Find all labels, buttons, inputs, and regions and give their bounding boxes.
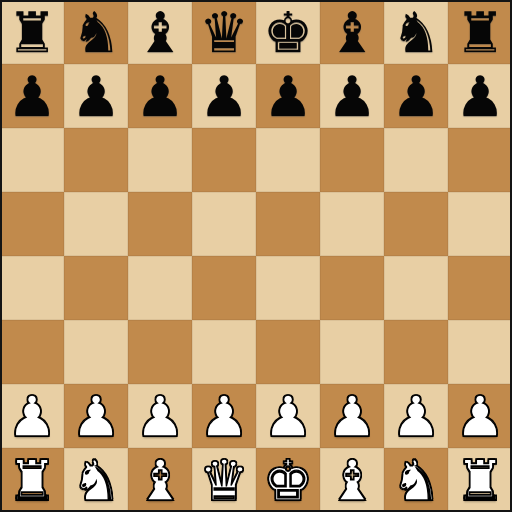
square-b2[interactable]: ♟ <box>64 384 128 448</box>
piece-white-pawn[interactable]: ♟ <box>455 389 505 445</box>
piece-white-pawn[interactable]: ♟ <box>327 389 377 445</box>
square-g6[interactable] <box>384 128 448 192</box>
square-h3[interactable] <box>448 320 512 384</box>
square-e5[interactable] <box>256 192 320 256</box>
square-f1[interactable]: ♝ <box>320 448 384 512</box>
square-d3[interactable] <box>192 320 256 384</box>
square-c3[interactable] <box>128 320 192 384</box>
square-f6[interactable] <box>320 128 384 192</box>
square-d1[interactable]: ♛ <box>192 448 256 512</box>
piece-white-pawn[interactable]: ♟ <box>391 389 441 445</box>
piece-white-bishop[interactable]: ♝ <box>327 453 377 509</box>
piece-white-rook[interactable]: ♜ <box>7 453 57 509</box>
square-a2[interactable]: ♟ <box>0 384 64 448</box>
piece-white-rook[interactable]: ♜ <box>455 453 505 509</box>
piece-black-queen[interactable]: ♛ <box>199 5 249 61</box>
square-h6[interactable] <box>448 128 512 192</box>
piece-white-pawn[interactable]: ♟ <box>199 389 249 445</box>
square-h2[interactable]: ♟ <box>448 384 512 448</box>
piece-black-pawn[interactable]: ♟ <box>327 69 377 125</box>
piece-white-queen[interactable]: ♛ <box>199 453 249 509</box>
square-f2[interactable]: ♟ <box>320 384 384 448</box>
square-a8[interactable]: ♜ <box>0 0 64 64</box>
square-e7[interactable]: ♟ <box>256 64 320 128</box>
piece-black-pawn[interactable]: ♟ <box>455 69 505 125</box>
piece-black-rook[interactable]: ♜ <box>455 5 505 61</box>
piece-white-pawn[interactable]: ♟ <box>135 389 185 445</box>
square-e2[interactable]: ♟ <box>256 384 320 448</box>
square-f3[interactable] <box>320 320 384 384</box>
square-b6[interactable] <box>64 128 128 192</box>
square-f8[interactable]: ♝ <box>320 0 384 64</box>
piece-white-king[interactable]: ♚ <box>263 453 313 509</box>
square-d4[interactable] <box>192 256 256 320</box>
square-e4[interactable] <box>256 256 320 320</box>
square-g7[interactable]: ♟ <box>384 64 448 128</box>
square-c1[interactable]: ♝ <box>128 448 192 512</box>
piece-white-knight[interactable]: ♞ <box>391 453 441 509</box>
square-c5[interactable] <box>128 192 192 256</box>
square-g1[interactable]: ♞ <box>384 448 448 512</box>
square-b7[interactable]: ♟ <box>64 64 128 128</box>
chess-board: ♜♞♝♛♚♝♞♜♟♟♟♟♟♟♟♟♟♟♟♟♟♟♟♟♜♞♝♛♚♝♞♜ <box>0 0 512 512</box>
square-a6[interactable] <box>0 128 64 192</box>
piece-black-pawn[interactable]: ♟ <box>71 69 121 125</box>
square-b8[interactable]: ♞ <box>64 0 128 64</box>
square-a5[interactable] <box>0 192 64 256</box>
square-a7[interactable]: ♟ <box>0 64 64 128</box>
piece-black-rook[interactable]: ♜ <box>7 5 57 61</box>
square-d7[interactable]: ♟ <box>192 64 256 128</box>
square-e8[interactable]: ♚ <box>256 0 320 64</box>
square-c4[interactable] <box>128 256 192 320</box>
square-a4[interactable] <box>0 256 64 320</box>
square-b3[interactable] <box>64 320 128 384</box>
square-f7[interactable]: ♟ <box>320 64 384 128</box>
square-d8[interactable]: ♛ <box>192 0 256 64</box>
square-e6[interactable] <box>256 128 320 192</box>
square-h5[interactable] <box>448 192 512 256</box>
square-g3[interactable] <box>384 320 448 384</box>
piece-white-pawn[interactable]: ♟ <box>7 389 57 445</box>
square-a1[interactable]: ♜ <box>0 448 64 512</box>
piece-white-pawn[interactable]: ♟ <box>71 389 121 445</box>
square-d5[interactable] <box>192 192 256 256</box>
square-g4[interactable] <box>384 256 448 320</box>
piece-white-pawn[interactable]: ♟ <box>263 389 313 445</box>
square-h1[interactable]: ♜ <box>448 448 512 512</box>
piece-black-pawn[interactable]: ♟ <box>135 69 185 125</box>
square-c2[interactable]: ♟ <box>128 384 192 448</box>
square-g8[interactable]: ♞ <box>384 0 448 64</box>
square-c8[interactable]: ♝ <box>128 0 192 64</box>
piece-black-bishop[interactable]: ♝ <box>327 5 377 61</box>
square-c7[interactable]: ♟ <box>128 64 192 128</box>
piece-black-pawn[interactable]: ♟ <box>199 69 249 125</box>
square-b1[interactable]: ♞ <box>64 448 128 512</box>
square-h4[interactable] <box>448 256 512 320</box>
piece-white-knight[interactable]: ♞ <box>71 453 121 509</box>
square-g2[interactable]: ♟ <box>384 384 448 448</box>
piece-black-king[interactable]: ♚ <box>263 5 313 61</box>
piece-black-pawn[interactable]: ♟ <box>391 69 441 125</box>
piece-black-knight[interactable]: ♞ <box>71 5 121 61</box>
piece-white-bishop[interactable]: ♝ <box>135 453 185 509</box>
square-h7[interactable]: ♟ <box>448 64 512 128</box>
piece-black-knight[interactable]: ♞ <box>391 5 441 61</box>
square-g5[interactable] <box>384 192 448 256</box>
square-e3[interactable] <box>256 320 320 384</box>
piece-black-pawn[interactable]: ♟ <box>263 69 313 125</box>
square-b5[interactable] <box>64 192 128 256</box>
square-a3[interactable] <box>0 320 64 384</box>
square-d2[interactable]: ♟ <box>192 384 256 448</box>
square-f5[interactable] <box>320 192 384 256</box>
square-d6[interactable] <box>192 128 256 192</box>
square-b4[interactable] <box>64 256 128 320</box>
square-e1[interactable]: ♚ <box>256 448 320 512</box>
piece-black-pawn[interactable]: ♟ <box>7 69 57 125</box>
square-h8[interactable]: ♜ <box>448 0 512 64</box>
square-f4[interactable] <box>320 256 384 320</box>
square-c6[interactable] <box>128 128 192 192</box>
piece-black-bishop[interactable]: ♝ <box>135 5 185 61</box>
